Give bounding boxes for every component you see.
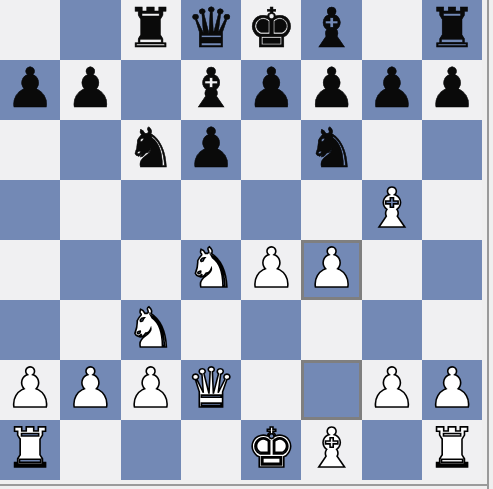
square-d6[interactable]: ♟ <box>181 120 241 180</box>
square-b5[interactable] <box>60 180 120 240</box>
square-c2[interactable]: ♟ <box>121 360 181 420</box>
square-e8[interactable]: ♚ <box>241 0 301 60</box>
black-rook: ♜ <box>428 0 477 58</box>
square-g3[interactable] <box>362 300 422 360</box>
square-e4[interactable]: ♟ <box>241 240 301 300</box>
black-pawn: ♟ <box>247 58 296 118</box>
square-h5[interactable] <box>422 180 482 240</box>
square-d8[interactable]: ♛ <box>181 0 241 60</box>
square-a6[interactable] <box>0 120 60 180</box>
black-pawn: ♟ <box>186 118 235 178</box>
white-king: ♚ <box>247 418 296 478</box>
square-f4[interactable]: ♟ <box>301 240 361 300</box>
square-f6[interactable]: ♞ <box>301 120 361 180</box>
square-c6[interactable]: ♞ <box>121 120 181 180</box>
square-d5[interactable] <box>181 180 241 240</box>
square-e1[interactable]: ♚ <box>241 420 301 480</box>
square-c5[interactable] <box>121 180 181 240</box>
black-pawn: ♟ <box>307 58 356 118</box>
white-bishop: ♝ <box>367 178 416 238</box>
black-knight: ♞ <box>307 118 356 178</box>
black-pawn: ♟ <box>66 58 115 118</box>
square-c3[interactable]: ♞ <box>121 300 181 360</box>
square-b1[interactable] <box>60 420 120 480</box>
white-pawn: ♟ <box>428 358 477 418</box>
black-bishop: ♝ <box>186 58 235 118</box>
white-pawn: ♟ <box>367 358 416 418</box>
square-b3[interactable] <box>60 300 120 360</box>
square-e2[interactable] <box>241 360 301 420</box>
black-pawn: ♟ <box>5 58 54 118</box>
white-pawn: ♟ <box>66 358 115 418</box>
square-g8[interactable] <box>362 0 422 60</box>
square-f5[interactable] <box>301 180 361 240</box>
white-knight: ♞ <box>126 298 175 358</box>
black-pawn: ♟ <box>428 58 477 118</box>
square-e6[interactable] <box>241 120 301 180</box>
square-g6[interactable] <box>362 120 422 180</box>
white-pawn: ♟ <box>5 358 54 418</box>
chess-board: ♜♛♚♝♜♟♟♝♟♟♟♟♞♟♞♝♞♟♟♞♟♟♟♛♟♟♜♚♝♜ <box>0 0 482 480</box>
square-g7[interactable]: ♟ <box>362 60 422 120</box>
square-f3[interactable] <box>301 300 361 360</box>
square-c1[interactable] <box>121 420 181 480</box>
white-bishop: ♝ <box>307 418 356 478</box>
chess-app-window: ♜♛♚♝♜♟♟♝♟♟♟♟♞♟♞♝♞♟♟♞♟♟♟♛♟♟♜♚♝♜ <box>0 0 493 489</box>
square-c7[interactable] <box>121 60 181 120</box>
white-pawn: ♟ <box>307 238 356 298</box>
square-c4[interactable] <box>121 240 181 300</box>
square-e7[interactable]: ♟ <box>241 60 301 120</box>
square-a1[interactable]: ♜ <box>0 420 60 480</box>
square-a7[interactable]: ♟ <box>0 60 60 120</box>
square-a5[interactable] <box>0 180 60 240</box>
white-knight: ♞ <box>186 238 235 298</box>
square-h4[interactable] <box>422 240 482 300</box>
square-d1[interactable] <box>181 420 241 480</box>
white-rook: ♜ <box>5 418 54 478</box>
square-d4[interactable]: ♞ <box>181 240 241 300</box>
black-knight: ♞ <box>126 118 175 178</box>
square-a8[interactable] <box>0 0 60 60</box>
square-h7[interactable]: ♟ <box>422 60 482 120</box>
square-a3[interactable] <box>0 300 60 360</box>
square-h6[interactable] <box>422 120 482 180</box>
black-bishop: ♝ <box>307 0 356 58</box>
white-rook: ♜ <box>428 418 477 478</box>
square-b8[interactable] <box>60 0 120 60</box>
square-h2[interactable]: ♟ <box>422 360 482 420</box>
square-e5[interactable] <box>241 180 301 240</box>
white-queen: ♛ <box>186 358 235 418</box>
square-b6[interactable] <box>60 120 120 180</box>
square-f2[interactable] <box>301 360 361 420</box>
square-a2[interactable]: ♟ <box>0 360 60 420</box>
square-d3[interactable] <box>181 300 241 360</box>
square-g4[interactable] <box>362 240 422 300</box>
square-f1[interactable]: ♝ <box>301 420 361 480</box>
square-h3[interactable] <box>422 300 482 360</box>
black-queen: ♛ <box>186 0 235 58</box>
square-a4[interactable] <box>0 240 60 300</box>
square-g1[interactable] <box>362 420 422 480</box>
window-border-right <box>487 0 489 489</box>
black-king: ♚ <box>247 0 296 58</box>
square-h8[interactable]: ♜ <box>422 0 482 60</box>
square-d2[interactable]: ♛ <box>181 360 241 420</box>
white-pawn: ♟ <box>247 238 296 298</box>
square-b7[interactable]: ♟ <box>60 60 120 120</box>
square-b4[interactable] <box>60 240 120 300</box>
black-rook: ♜ <box>126 0 175 58</box>
white-pawn: ♟ <box>126 358 175 418</box>
window-border-bottom <box>0 484 489 486</box>
square-d7[interactable]: ♝ <box>181 60 241 120</box>
square-g2[interactable]: ♟ <box>362 360 422 420</box>
square-h1[interactable]: ♜ <box>422 420 482 480</box>
square-b2[interactable]: ♟ <box>60 360 120 420</box>
square-f8[interactable]: ♝ <box>301 0 361 60</box>
square-c8[interactable]: ♜ <box>121 0 181 60</box>
black-pawn: ♟ <box>367 58 416 118</box>
square-e3[interactable] <box>241 300 301 360</box>
square-f7[interactable]: ♟ <box>301 60 361 120</box>
square-g5[interactable]: ♝ <box>362 180 422 240</box>
